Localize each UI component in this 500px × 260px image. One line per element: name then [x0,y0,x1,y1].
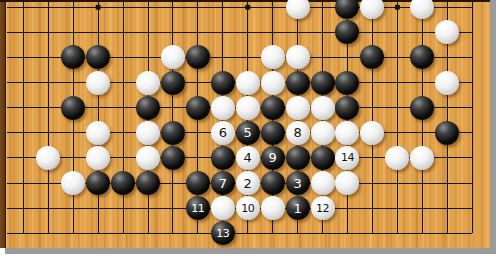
board-point[interactable] [460,70,485,95]
board-point[interactable] [260,170,285,195]
board-point[interactable] [86,221,111,246]
board-point[interactable] [11,120,36,145]
board-point[interactable] [86,120,111,145]
board-point[interactable] [61,145,86,170]
black-stone [111,171,135,195]
board-point[interactable] [460,95,485,120]
board-point[interactable] [335,221,360,246]
board-point[interactable] [11,70,36,95]
white-stone [86,121,110,145]
black-stone [410,96,434,120]
white-stone [335,171,359,195]
board-point[interactable] [385,0,410,20]
board-point[interactable] [310,170,335,195]
board-point[interactable] [360,196,385,221]
board-point[interactable] [460,221,485,246]
board-point[interactable] [410,221,435,246]
board-point[interactable] [86,45,111,70]
black-stone [186,45,210,69]
board-shadow-bottom [5,248,496,254]
board-point[interactable] [235,20,260,45]
white-stone [36,146,60,170]
board-point[interactable] [36,20,61,45]
board-point[interactable] [185,170,210,195]
black-stone-move-1: 1 [286,196,310,220]
black-stone [335,0,359,19]
black-stone [61,45,85,69]
board-point[interactable] [410,20,435,45]
stone-grid: 6584914723111011213 [11,0,485,246]
board-point[interactable] [185,95,210,120]
black-stone-move-13: 13 [211,221,235,245]
black-stone [261,171,285,195]
board-point[interactable] [135,70,160,95]
board-point[interactable]: 4 [235,145,260,170]
board-point[interactable] [385,196,410,221]
board-point[interactable] [460,45,485,70]
board-point[interactable] [36,120,61,145]
white-stone-move-12: 12 [311,196,335,220]
board-point[interactable] [86,196,111,221]
white-stone [211,96,235,120]
black-stone [136,96,160,120]
board-point[interactable] [36,221,61,246]
board-point[interactable] [410,120,435,145]
board-point[interactable] [235,95,260,120]
board-point[interactable] [410,196,435,221]
board-point[interactable] [310,95,335,120]
white-stone-move-10: 10 [236,196,260,220]
board-point[interactable] [11,196,36,221]
board-point[interactable] [460,196,485,221]
board-point[interactable] [11,0,36,20]
board-point[interactable] [210,0,235,20]
board-point[interactable] [235,221,260,246]
white-stone [286,0,310,19]
white-stone [236,71,260,95]
black-stone [136,171,160,195]
board-point[interactable] [36,196,61,221]
black-stone [311,146,335,170]
board-point[interactable] [111,145,136,170]
board-point[interactable]: 10 [235,196,260,221]
board-point[interactable]: 3 [285,170,310,195]
board-point[interactable] [36,0,61,20]
board-point[interactable] [135,45,160,70]
board-point[interactable] [260,221,285,246]
black-stone [61,96,85,120]
board-point[interactable] [210,95,235,120]
board-point[interactable] [385,145,410,170]
white-stone [236,96,260,120]
black-stone-move-7: 7 [211,171,235,195]
board-point[interactable] [185,221,210,246]
board-point[interactable] [11,221,36,246]
board-point[interactable] [360,20,385,45]
go-board-screenshot: 6584914723111011213 [0,0,500,260]
black-stone [335,96,359,120]
board-point[interactable] [260,0,285,20]
board-point[interactable] [135,95,160,120]
board-point[interactable] [111,120,136,145]
board-point[interactable] [310,70,335,95]
board-point[interactable] [285,20,310,45]
board-point[interactable] [435,20,460,45]
board-point[interactable]: 9 [260,145,285,170]
white-stone [211,196,235,220]
board-point[interactable]: 5 [235,120,260,145]
board-point[interactable] [61,221,86,246]
board-point[interactable] [460,0,485,20]
black-stone [286,146,310,170]
board-point[interactable] [385,120,410,145]
board-point[interactable] [435,145,460,170]
board-point[interactable] [335,70,360,95]
board-point[interactable] [36,145,61,170]
board-point[interactable]: 13 [210,221,235,246]
board-point[interactable] [86,20,111,45]
board-point[interactable] [210,145,235,170]
go-board: 6584914723111011213 [0,0,490,248]
board-point[interactable] [435,221,460,246]
board-point[interactable] [410,145,435,170]
board-point[interactable] [335,170,360,195]
board-point[interactable] [260,45,285,70]
black-stone [161,121,185,145]
white-stone [261,45,285,69]
board-point[interactable]: 14 [335,145,360,170]
board-point[interactable] [86,70,111,95]
board-point[interactable] [435,170,460,195]
black-stone [311,71,335,95]
board-shadow-right [490,0,496,254]
board-point[interactable] [435,95,460,120]
board-point[interactable] [135,145,160,170]
black-stone [335,20,359,44]
board-point[interactable] [260,120,285,145]
white-stone-move-14: 14 [335,146,359,170]
board-point[interactable] [86,145,111,170]
board-point[interactable] [135,120,160,145]
board-point[interactable] [410,45,435,70]
board-point[interactable] [185,145,210,170]
board-point[interactable]: 6 [210,120,235,145]
board-point[interactable] [335,20,360,45]
white-stone [261,71,285,95]
white-stone [286,96,310,120]
board-point[interactable] [435,196,460,221]
black-stone [335,71,359,95]
board-point[interactable] [385,170,410,195]
board-point[interactable] [285,45,310,70]
board-point[interactable] [460,170,485,195]
white-stone [335,121,359,145]
white-stone [261,196,285,220]
white-stone [360,0,384,19]
board-point[interactable] [185,70,210,95]
white-stone [136,121,160,145]
black-stone [211,146,235,170]
board-point[interactable] [385,221,410,246]
board-point[interactable] [210,196,235,221]
black-stone [261,96,285,120]
board-point[interactable] [260,196,285,221]
board-point[interactable] [310,221,335,246]
board-point[interactable] [61,20,86,45]
board-point[interactable] [185,45,210,70]
board-point[interactable] [135,196,160,221]
board-point[interactable] [385,45,410,70]
board-point[interactable] [460,120,485,145]
board-point[interactable] [360,45,385,70]
board-point[interactable] [235,45,260,70]
black-stone [435,121,459,145]
board-point[interactable] [310,145,335,170]
board-point[interactable] [111,95,136,120]
black-stone [161,146,185,170]
board-point[interactable] [260,70,285,95]
board-point[interactable] [360,70,385,95]
white-stone-move-8: 8 [286,121,310,145]
black-stone-move-3: 3 [286,171,310,195]
white-stone [311,96,335,120]
board-point[interactable]: 8 [285,120,310,145]
board-point[interactable] [160,145,185,170]
board-point[interactable] [185,120,210,145]
board-point[interactable] [410,170,435,195]
board-point[interactable] [285,95,310,120]
board-point[interactable] [111,196,136,221]
board-point[interactable] [260,95,285,120]
white-stone [410,146,434,170]
board-point[interactable] [360,120,385,145]
board-point[interactable] [61,45,86,70]
board-point[interactable] [160,45,185,70]
board-point[interactable] [86,170,111,195]
board-point[interactable] [11,45,36,70]
board-point[interactable] [61,95,86,120]
black-stone [86,45,110,69]
board-point[interactable] [460,145,485,170]
board-point[interactable] [160,95,185,120]
board-point[interactable] [360,0,385,20]
board-point[interactable] [36,95,61,120]
board-point[interactable] [310,120,335,145]
board-point[interactable]: 11 [185,196,210,221]
black-stone [186,96,210,120]
board-point[interactable] [111,170,136,195]
black-stone [410,45,434,69]
board-point[interactable] [385,70,410,95]
board-point[interactable] [160,0,185,20]
board-point[interactable] [160,170,185,195]
white-stone [360,121,384,145]
board-point[interactable] [111,221,136,246]
board-point[interactable] [160,221,185,246]
board-point[interactable] [111,0,136,20]
board-point[interactable] [160,120,185,145]
board-point[interactable] [135,20,160,45]
board-point[interactable] [36,70,61,95]
board-point[interactable] [185,20,210,45]
board-point[interactable] [135,221,160,246]
board-point[interactable] [385,95,410,120]
board-point[interactable] [160,196,185,221]
board-point[interactable] [111,20,136,45]
board-point[interactable]: 2 [235,170,260,195]
white-stone [286,45,310,69]
board-point[interactable] [360,170,385,195]
white-stone [435,20,459,44]
board-point[interactable] [360,145,385,170]
board-point[interactable] [435,45,460,70]
black-stone [161,71,185,95]
board-point[interactable] [435,0,460,20]
board-point[interactable] [61,70,86,95]
white-stone-move-2: 2 [236,171,260,195]
board-point[interactable] [61,196,86,221]
black-stone [211,71,235,95]
board-point[interactable] [61,170,86,195]
board-point[interactable] [410,95,435,120]
board-point[interactable] [335,0,360,20]
board-point[interactable] [160,70,185,95]
board-point[interactable] [435,70,460,95]
board-point[interactable] [36,170,61,195]
board-point[interactable] [135,0,160,20]
board-point[interactable] [61,0,86,20]
board-point[interactable] [360,221,385,246]
white-stone [86,146,110,170]
board-point[interactable] [111,45,136,70]
board-point[interactable] [185,0,210,20]
board-point[interactable] [285,70,310,95]
black-stone [360,45,384,69]
board-point[interactable] [285,0,310,20]
black-stone [286,71,310,95]
board-point[interactable] [11,145,36,170]
board-point[interactable] [260,20,285,45]
board-point[interactable] [235,0,260,20]
white-stone [61,171,85,195]
board-point[interactable]: 1 [285,196,310,221]
board-point[interactable] [310,45,335,70]
board-point[interactable] [410,70,435,95]
board-point[interactable] [335,196,360,221]
board-point[interactable] [310,0,335,20]
white-stone [136,71,160,95]
board-point[interactable] [335,120,360,145]
board-point[interactable] [86,95,111,120]
board-point[interactable]: 7 [210,170,235,195]
board-point[interactable] [11,95,36,120]
black-stone [261,121,285,145]
board-point[interactable] [210,45,235,70]
white-stone [385,146,409,170]
black-stone-move-5: 5 [236,121,260,145]
white-stone [86,71,110,95]
black-stone [86,171,110,195]
board-point[interactable] [285,221,310,246]
board-point[interactable] [135,170,160,195]
white-stone [435,71,459,95]
white-stone-move-4: 4 [236,146,260,170]
white-stone [311,171,335,195]
board-point[interactable] [86,0,111,20]
board-point[interactable] [460,20,485,45]
white-stone-move-6: 6 [211,121,235,145]
white-stone [136,146,160,170]
board-point[interactable] [410,0,435,20]
board-point[interactable] [335,45,360,70]
board-point[interactable] [385,20,410,45]
black-stone [186,171,210,195]
black-stone-move-11: 11 [186,196,210,220]
board-point[interactable] [210,70,235,95]
board-point[interactable] [210,20,235,45]
board-point[interactable] [335,95,360,120]
black-stone-move-9: 9 [261,146,285,170]
board-point[interactable] [310,20,335,45]
board-point[interactable] [61,120,86,145]
board-point[interactable] [11,20,36,45]
white-stone [161,45,185,69]
board-point[interactable] [36,45,61,70]
board-point[interactable] [235,70,260,95]
board-point[interactable] [285,145,310,170]
white-stone [311,121,335,145]
board-point[interactable]: 12 [310,196,335,221]
board-point[interactable] [11,170,36,195]
board-point[interactable] [360,95,385,120]
board-point[interactable] [111,70,136,95]
white-stone [410,0,434,19]
board-point[interactable] [160,20,185,45]
board-point[interactable] [435,120,460,145]
